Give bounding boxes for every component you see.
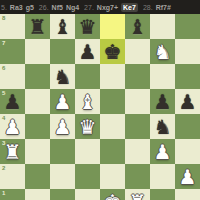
rank-label-2: 2 xyxy=(2,165,5,171)
square-d5[interactable]: ♝ xyxy=(75,89,100,114)
square-b3[interactable] xyxy=(25,139,50,164)
move-number: 27. xyxy=(84,4,94,11)
square-d8[interactable]: ♛ xyxy=(75,14,100,39)
square-a6[interactable]: 6 xyxy=(0,64,25,89)
move-san[interactable]: Nxg7+ xyxy=(97,4,118,11)
square-f1[interactable]: ♜ xyxy=(125,189,150,200)
black-rook-piece[interactable]: ♜ xyxy=(25,14,50,39)
square-f2[interactable] xyxy=(125,164,150,189)
square-e6[interactable] xyxy=(100,64,125,89)
square-d3[interactable] xyxy=(75,139,100,164)
current-move[interactable]: Ke7 xyxy=(121,3,138,12)
square-h2[interactable]: ♟ xyxy=(175,164,200,189)
square-h5[interactable]: ♟ xyxy=(175,89,200,114)
square-f7[interactable] xyxy=(125,39,150,64)
white-king-piece[interactable]: ♚ xyxy=(100,189,125,200)
white-pawn-piece[interactable]: ♟ xyxy=(50,89,75,114)
square-b2[interactable] xyxy=(25,164,50,189)
square-e1[interactable]: ♚ xyxy=(100,189,125,200)
square-g7[interactable]: ♞ xyxy=(150,39,175,64)
square-b8[interactable]: ♜ xyxy=(25,14,50,39)
white-pawn-piece[interactable]: ♟ xyxy=(175,164,200,189)
square-b4[interactable] xyxy=(25,114,50,139)
square-g2[interactable] xyxy=(150,164,175,189)
square-a8[interactable]: 8 xyxy=(0,14,25,39)
square-g8[interactable] xyxy=(150,14,175,39)
square-a2[interactable]: 2 xyxy=(0,164,25,189)
square-a4[interactable]: 4♟ xyxy=(0,114,25,139)
white-bishop-piece[interactable]: ♝ xyxy=(75,89,100,114)
black-pawn-piece[interactable]: ♟ xyxy=(175,89,200,114)
square-f5[interactable] xyxy=(125,89,150,114)
rank-label-6: 6 xyxy=(2,65,5,71)
black-pawn-piece[interactable]: ♟ xyxy=(0,89,25,114)
black-pawn-piece[interactable]: ♟ xyxy=(75,39,100,64)
chess-app-screen: 5.Ra3g526.Nf5Ng427.Nxg7+Ke728.Rf7# 8♜♝♛♝… xyxy=(0,0,200,200)
square-e8[interactable] xyxy=(100,14,125,39)
square-d2[interactable] xyxy=(75,164,100,189)
square-a3[interactable]: 3♜ xyxy=(0,139,25,164)
white-rook-piece[interactable]: ♜ xyxy=(0,139,25,164)
move-number: 28. xyxy=(143,4,153,11)
white-knight-piece[interactable]: ♞ xyxy=(150,39,175,64)
square-b6[interactable] xyxy=(25,64,50,89)
square-d6[interactable] xyxy=(75,64,100,89)
rank-label-8: 8 xyxy=(2,15,5,21)
square-h6[interactable] xyxy=(175,64,200,89)
white-queen-piece[interactable]: ♛ xyxy=(75,114,100,139)
square-h8[interactable] xyxy=(175,14,200,39)
black-king-piece[interactable]: ♚ xyxy=(100,39,125,64)
square-c1[interactable] xyxy=(50,189,75,200)
white-pawn-piece[interactable]: ♟ xyxy=(50,114,75,139)
square-b1[interactable] xyxy=(25,189,50,200)
square-g4[interactable]: ♞ xyxy=(150,114,175,139)
square-g1[interactable] xyxy=(150,189,175,200)
square-d1[interactable] xyxy=(75,189,100,200)
square-c8[interactable]: ♝ xyxy=(50,14,75,39)
move-san[interactable]: Rf7# xyxy=(156,4,171,11)
black-bishop-piece[interactable]: ♝ xyxy=(125,14,150,39)
move-san[interactable]: g5 xyxy=(26,4,34,11)
square-f6[interactable] xyxy=(125,64,150,89)
square-h7[interactable] xyxy=(175,39,200,64)
black-pawn-piece[interactable]: ♟ xyxy=(150,89,175,114)
square-e2[interactable] xyxy=(100,164,125,189)
square-d4[interactable]: ♛ xyxy=(75,114,100,139)
square-h1[interactable] xyxy=(175,189,200,200)
square-g3[interactable]: ♟ xyxy=(150,139,175,164)
square-c7[interactable] xyxy=(50,39,75,64)
square-a7[interactable]: 7 xyxy=(0,39,25,64)
move-number: 5. xyxy=(1,4,7,11)
square-f3[interactable] xyxy=(125,139,150,164)
square-a5[interactable]: 5♟ xyxy=(0,89,25,114)
black-knight-piece[interactable]: ♞ xyxy=(50,64,75,89)
rank-label-7: 7 xyxy=(2,40,5,46)
move-number: 26. xyxy=(39,4,49,11)
square-g6[interactable] xyxy=(150,64,175,89)
square-c5[interactable]: ♟ xyxy=(50,89,75,114)
move-san[interactable]: Nf5 xyxy=(52,4,63,11)
black-queen-piece[interactable]: ♛ xyxy=(75,14,100,39)
square-b5[interactable] xyxy=(25,89,50,114)
square-c2[interactable] xyxy=(50,164,75,189)
square-d7[interactable]: ♟ xyxy=(75,39,100,64)
square-g5[interactable]: ♟ xyxy=(150,89,175,114)
square-f8[interactable]: ♝ xyxy=(125,14,150,39)
square-h4[interactable] xyxy=(175,114,200,139)
black-bishop-piece[interactable]: ♝ xyxy=(50,14,75,39)
square-c6[interactable]: ♞ xyxy=(50,64,75,89)
square-h3[interactable] xyxy=(175,139,200,164)
square-c3[interactable] xyxy=(50,139,75,164)
move-san[interactable]: Ra3 xyxy=(10,4,23,11)
square-a1[interactable]: 1 xyxy=(0,189,25,200)
move-san[interactable]: Ng4 xyxy=(66,4,79,11)
white-pawn-piece[interactable]: ♟ xyxy=(0,114,25,139)
square-f4[interactable] xyxy=(125,114,150,139)
black-knight-piece[interactable]: ♞ xyxy=(150,114,175,139)
chess-board: 8♜♝♛♝7♟♚♞6♞5♟♟♝♟♟4♟♟♛♞3♜♟2♟1♚♜ xyxy=(0,14,200,200)
square-e7[interactable]: ♚ xyxy=(100,39,125,64)
white-pawn-piece[interactable]: ♟ xyxy=(150,139,175,164)
square-b7[interactable] xyxy=(25,39,50,64)
square-e4[interactable] xyxy=(100,114,125,139)
square-c4[interactable]: ♟ xyxy=(50,114,75,139)
square-e5[interactable] xyxy=(100,89,125,114)
square-e3[interactable] xyxy=(100,139,125,164)
white-rook-piece[interactable]: ♜ xyxy=(125,189,150,200)
rank-label-1: 1 xyxy=(2,190,5,196)
move-bar: 5.Ra3g526.Nf5Ng427.Nxg7+Ke728.Rf7# xyxy=(0,0,200,14)
